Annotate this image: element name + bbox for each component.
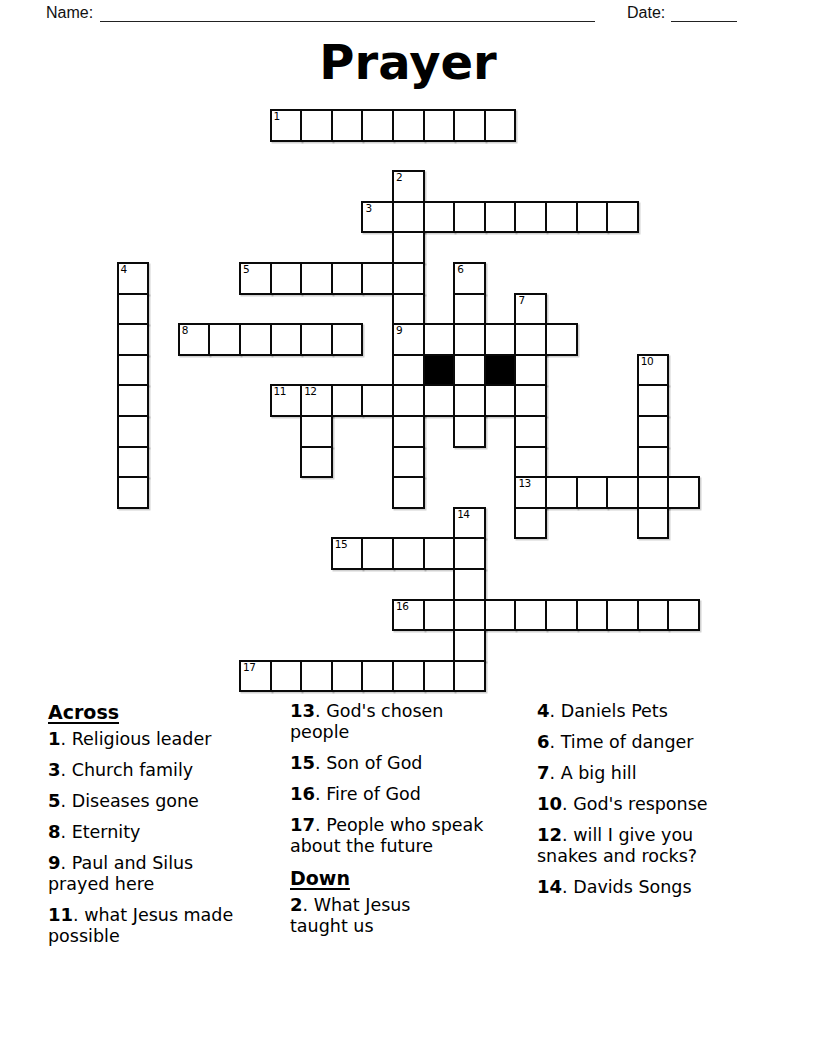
grid-cell[interactable] bbox=[637, 599, 670, 632]
grid-cell[interactable] bbox=[453, 629, 486, 662]
grid-cell[interactable] bbox=[392, 384, 425, 417]
grid-cell[interactable] bbox=[392, 354, 425, 387]
grid-cell[interactable]: 17 bbox=[239, 660, 272, 693]
grid-cell[interactable] bbox=[545, 201, 578, 234]
grid-cell[interactable] bbox=[117, 323, 150, 356]
grid-cell[interactable] bbox=[453, 109, 486, 142]
grid-cell[interactable] bbox=[606, 476, 639, 509]
clue-number: 9 bbox=[396, 325, 402, 336]
clue-down-2: 2. What Jesus taught us bbox=[290, 894, 535, 937]
block-cell bbox=[423, 354, 456, 387]
clue-down-4: 4. Daniels Pets bbox=[537, 700, 772, 722]
grid-cell[interactable] bbox=[423, 201, 456, 234]
clue-number-label: 9 bbox=[48, 852, 61, 873]
grid-cell[interactable] bbox=[484, 201, 517, 234]
clue-text: God's response bbox=[568, 794, 708, 814]
grid-cell[interactable] bbox=[392, 231, 425, 264]
grid-cell[interactable] bbox=[667, 476, 700, 509]
clue-text: Church family bbox=[66, 760, 193, 780]
grid-cell[interactable] bbox=[514, 201, 547, 234]
grid-cell[interactable]: 2 bbox=[392, 170, 425, 203]
grid-cell[interactable] bbox=[331, 262, 364, 295]
down-heading: Down bbox=[290, 866, 535, 890]
grid-cell[interactable] bbox=[545, 476, 578, 509]
grid-cell[interactable] bbox=[208, 323, 241, 356]
clue-number: 11 bbox=[274, 386, 286, 397]
clue-text: A big hill bbox=[555, 763, 636, 783]
grid-cell[interactable] bbox=[453, 660, 486, 693]
grid-cell[interactable]: 12 bbox=[300, 384, 333, 417]
grid-cell[interactable]: 7 bbox=[514, 293, 547, 326]
grid-cell[interactable] bbox=[117, 354, 150, 387]
grid-cell[interactable] bbox=[637, 507, 670, 540]
grid-cell[interactable] bbox=[484, 323, 517, 356]
grid-cell[interactable] bbox=[423, 109, 456, 142]
clue-text: Daniels Pets bbox=[555, 701, 668, 721]
clue-across-3: 3. Church family bbox=[48, 759, 288, 781]
grid-cell[interactable] bbox=[270, 660, 303, 693]
clue-number: 4 bbox=[121, 264, 127, 275]
clue-number: 14 bbox=[457, 509, 469, 520]
clue-column-1: Across1. Religious leader3. Church famil… bbox=[48, 700, 288, 956]
grid-cell[interactable] bbox=[576, 476, 609, 509]
clue-across-11: 11. what Jesus made possible bbox=[48, 904, 288, 947]
clue-number-label: 12 bbox=[537, 824, 562, 845]
clue-number: 12 bbox=[304, 386, 316, 397]
clue-down-7: 7. A big hill bbox=[537, 762, 772, 784]
grid-cell[interactable] bbox=[392, 660, 425, 693]
clue-down-10: 10. God's response bbox=[537, 793, 772, 815]
grid-cell[interactable] bbox=[637, 476, 670, 509]
clue-text: Davids Songs bbox=[568, 877, 692, 897]
grid-cell[interactable] bbox=[300, 660, 333, 693]
grid-cell[interactable]: 6 bbox=[453, 262, 486, 295]
grid-cell[interactable] bbox=[361, 109, 394, 142]
grid-cell[interactable] bbox=[637, 446, 670, 479]
grid-cell[interactable] bbox=[453, 568, 486, 601]
clue-text: Paul and Silus prayed here bbox=[48, 853, 193, 894]
grid-cell[interactable] bbox=[423, 384, 456, 417]
grid-cell[interactable] bbox=[484, 599, 517, 632]
grid-cell[interactable] bbox=[667, 599, 700, 632]
grid-cell[interactable] bbox=[331, 109, 364, 142]
grid-cell[interactable] bbox=[300, 415, 333, 448]
clue-number-label: 15 bbox=[290, 752, 315, 773]
grid-cell[interactable]: 15 bbox=[331, 537, 364, 570]
clue-text: Religious leader bbox=[66, 729, 211, 749]
clue-text: People who speak about the future bbox=[290, 815, 483, 856]
grid-cell[interactable] bbox=[514, 384, 547, 417]
grid-cell[interactable] bbox=[392, 201, 425, 234]
grid-cell[interactable]: 8 bbox=[178, 323, 211, 356]
grid-cell[interactable] bbox=[576, 599, 609, 632]
clue-text: Fire of God bbox=[321, 784, 421, 804]
grid-cell[interactable] bbox=[453, 293, 486, 326]
clue-text: What Jesus taught us bbox=[290, 895, 410, 936]
across-heading: Across bbox=[48, 700, 288, 724]
clue-number: 16 bbox=[396, 601, 408, 612]
grid-cell[interactable] bbox=[392, 476, 425, 509]
clue-number: 3 bbox=[365, 203, 371, 214]
grid-cell[interactable]: 13 bbox=[514, 476, 547, 509]
clue-across-16: 16. Fire of God bbox=[290, 783, 535, 805]
grid-cell[interactable]: 1 bbox=[270, 109, 303, 142]
grid-cell[interactable] bbox=[331, 660, 364, 693]
clue-down-12: 12. will I give you snakes and rocks? bbox=[537, 824, 772, 867]
grid-cell[interactable]: 4 bbox=[117, 262, 150, 295]
grid-cell[interactable] bbox=[453, 201, 486, 234]
clue-number-label: 11 bbox=[48, 904, 73, 925]
clue-number-label: 8 bbox=[48, 821, 61, 842]
clue-text: Time of danger bbox=[555, 732, 693, 752]
grid-cell[interactable] bbox=[300, 446, 333, 479]
grid-cell[interactable] bbox=[361, 384, 394, 417]
grid-cell[interactable] bbox=[117, 446, 150, 479]
clue-across-5: 5. Diseases gone bbox=[48, 790, 288, 812]
grid-cell[interactable] bbox=[453, 384, 486, 417]
clue-number-label: 14 bbox=[537, 876, 562, 897]
name-label: Name: bbox=[46, 4, 93, 22]
grid-cell[interactable]: 9 bbox=[392, 323, 425, 356]
grid-cell[interactable]: 11 bbox=[270, 384, 303, 417]
grid-cell[interactable] bbox=[117, 293, 150, 326]
grid-cell[interactable] bbox=[514, 354, 547, 387]
grid-cell[interactable] bbox=[423, 660, 456, 693]
clue-text: what Jesus made possible bbox=[48, 905, 233, 946]
clue-down-14: 14. Davids Songs bbox=[537, 876, 772, 898]
grid-cell[interactable] bbox=[117, 476, 150, 509]
date-input-line[interactable] bbox=[671, 3, 737, 22]
clue-across-13: 13. God's chosen people bbox=[290, 700, 535, 743]
grid-cell[interactable] bbox=[637, 384, 670, 417]
grid-cell[interactable] bbox=[453, 599, 486, 632]
clue-number-label: 10 bbox=[537, 793, 562, 814]
grid-cell[interactable] bbox=[514, 323, 547, 356]
grid-cell[interactable] bbox=[392, 537, 425, 570]
grid-cell[interactable] bbox=[392, 262, 425, 295]
grid-cell[interactable]: 16 bbox=[392, 599, 425, 632]
page-title: Prayer bbox=[0, 34, 816, 90]
grid-cell[interactable] bbox=[453, 537, 486, 570]
grid-cell[interactable] bbox=[576, 201, 609, 234]
clue-text: Son of God bbox=[321, 753, 423, 773]
grid-cell[interactable] bbox=[453, 415, 486, 448]
clue-column-2: 13. God's chosen people15. Son of God16.… bbox=[290, 700, 535, 946]
grid-cell[interactable] bbox=[606, 599, 639, 632]
grid-cell[interactable] bbox=[545, 323, 578, 356]
clue-number: 15 bbox=[335, 539, 347, 550]
clue-across-9: 9. Paul and Silus prayed here bbox=[48, 852, 288, 895]
grid-cell[interactable] bbox=[270, 323, 303, 356]
grid-cell[interactable] bbox=[423, 323, 456, 356]
grid-cell[interactable] bbox=[514, 599, 547, 632]
clue-number-label: 16 bbox=[290, 783, 315, 804]
clue-number: 7 bbox=[518, 295, 524, 306]
grid-cell[interactable] bbox=[514, 507, 547, 540]
clue-number: 13 bbox=[518, 478, 530, 489]
grid-cell[interactable] bbox=[392, 446, 425, 479]
grid-cell[interactable] bbox=[514, 446, 547, 479]
clue-down-6: 6. Time of danger bbox=[537, 731, 772, 753]
crossword-grid: 1234567891011121314151617 bbox=[118, 110, 700, 692]
grid-cell[interactable] bbox=[606, 201, 639, 234]
date-label: Date: bbox=[627, 4, 665, 22]
grid-cell[interactable] bbox=[331, 323, 364, 356]
clue-number: 2 bbox=[396, 172, 402, 183]
clue-number-label: 3 bbox=[48, 759, 61, 780]
grid-cell[interactable] bbox=[270, 262, 303, 295]
grid-cell[interactable] bbox=[361, 262, 394, 295]
grid-cell[interactable] bbox=[637, 415, 670, 448]
clue-number-label: 17 bbox=[290, 814, 315, 835]
grid-cell[interactable] bbox=[117, 384, 150, 417]
clue-number: 5 bbox=[243, 264, 249, 275]
clue-number-label: 2 bbox=[290, 894, 303, 915]
clue-number-label: 1 bbox=[48, 728, 61, 749]
clue-number-label: 4 bbox=[537, 700, 550, 721]
grid-cell[interactable] bbox=[545, 599, 578, 632]
grid-cell[interactable] bbox=[239, 323, 272, 356]
clue-across-17: 17. People who speak about the future bbox=[290, 814, 535, 857]
clue-across-1: 1. Religious leader bbox=[48, 728, 288, 750]
clue-column-3: 4. Daniels Pets6. Time of danger7. A big… bbox=[537, 700, 772, 907]
grid-cell[interactable] bbox=[300, 262, 333, 295]
clue-number: 8 bbox=[182, 325, 188, 336]
clue-text: Eternity bbox=[66, 822, 140, 842]
grid-cell[interactable] bbox=[300, 109, 333, 142]
grid-cell[interactable] bbox=[331, 384, 364, 417]
grid-cell[interactable] bbox=[392, 293, 425, 326]
grid-cell[interactable] bbox=[453, 323, 486, 356]
clue-text: Diseases gone bbox=[66, 791, 199, 811]
worksheet-page: Name: Date: Prayer 123456789101112131415… bbox=[0, 0, 816, 1056]
grid-cell[interactable] bbox=[361, 660, 394, 693]
grid-cell[interactable] bbox=[117, 415, 150, 448]
grid-cell[interactable] bbox=[392, 109, 425, 142]
grid-cell[interactable]: 14 bbox=[453, 507, 486, 540]
grid-cell[interactable]: 5 bbox=[239, 262, 272, 295]
block-cell bbox=[484, 354, 517, 387]
grid-cell[interactable] bbox=[514, 415, 547, 448]
grid-cell[interactable] bbox=[300, 323, 333, 356]
grid-cell[interactable] bbox=[453, 354, 486, 387]
grid-cell[interactable] bbox=[423, 599, 456, 632]
clue-number-label: 7 bbox=[537, 762, 550, 783]
clue-number: 6 bbox=[457, 264, 463, 275]
clue-number-label: 13 bbox=[290, 700, 315, 721]
grid-cell[interactable]: 3 bbox=[361, 201, 394, 234]
clue-across-8: 8. Eternity bbox=[48, 821, 288, 843]
grid-cell[interactable] bbox=[392, 415, 425, 448]
clue-number-label: 5 bbox=[48, 790, 61, 811]
clue-number: 1 bbox=[274, 111, 280, 122]
name-input-line[interactable] bbox=[100, 3, 595, 22]
grid-cell[interactable] bbox=[423, 537, 456, 570]
grid-cell[interactable] bbox=[361, 537, 394, 570]
clue-number: 10 bbox=[641, 356, 653, 367]
clue-number-label: 6 bbox=[537, 731, 550, 752]
grid-cell[interactable] bbox=[484, 384, 517, 417]
grid-cell[interactable]: 10 bbox=[637, 354, 670, 387]
grid-cell[interactable] bbox=[484, 109, 517, 142]
clue-number: 17 bbox=[243, 662, 255, 673]
clue-across-15: 15. Son of God bbox=[290, 752, 535, 774]
